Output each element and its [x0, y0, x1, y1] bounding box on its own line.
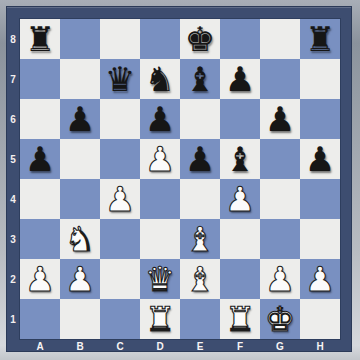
file-label-a: A: [20, 339, 60, 353]
square-e5[interactable]: ♟: [180, 139, 220, 179]
square-h3[interactable]: [300, 219, 340, 259]
rank-label-1: 1: [6, 299, 20, 339]
square-g3[interactable]: [260, 219, 300, 259]
chess-board: ♜♚♜♛♞♝♟♟♟♟♟♟♟♝♟♟♟♞♝♟♟♛♝♟♟♜♜♚: [20, 19, 340, 339]
black-pawn-d6: ♟: [145, 99, 175, 139]
white-bishop-e2: ♝: [185, 259, 215, 299]
square-h6[interactable]: [300, 99, 340, 139]
square-a8[interactable]: ♜: [20, 19, 60, 59]
white-pawn-a2: ♟: [25, 259, 55, 299]
rank-label-3: 3: [6, 219, 20, 259]
black-rook-a8: ♜: [25, 19, 55, 59]
square-h4[interactable]: [300, 179, 340, 219]
black-bishop-f5: ♝: [225, 139, 255, 179]
square-a4[interactable]: [20, 179, 60, 219]
square-a6[interactable]: [20, 99, 60, 139]
square-f2[interactable]: [220, 259, 260, 299]
square-g5[interactable]: [260, 139, 300, 179]
rank-label-7: 7: [6, 59, 20, 99]
square-d6[interactable]: ♟: [140, 99, 180, 139]
black-bishop-e7: ♝: [185, 59, 215, 99]
file-label-e: E: [180, 339, 220, 353]
square-f6[interactable]: [220, 99, 260, 139]
square-d5[interactable]: ♟: [140, 139, 180, 179]
square-f5[interactable]: ♝: [220, 139, 260, 179]
square-d4[interactable]: [140, 179, 180, 219]
black-queen-c7: ♛: [105, 59, 135, 99]
black-knight-d7: ♞: [145, 59, 175, 99]
square-c1[interactable]: [100, 299, 140, 339]
square-g2[interactable]: ♟: [260, 259, 300, 299]
file-label-b: B: [60, 339, 100, 353]
black-pawn-g6: ♟: [265, 99, 295, 139]
square-e3[interactable]: ♝: [180, 219, 220, 259]
white-pawn-c4: ♟: [105, 179, 135, 219]
white-pawn-d5: ♟: [145, 139, 175, 179]
white-pawn-f4: ♟: [225, 179, 255, 219]
square-g1[interactable]: ♚: [260, 299, 300, 339]
square-h5[interactable]: ♟: [300, 139, 340, 179]
rank-label-8: 8: [6, 19, 20, 59]
file-label-d: D: [140, 339, 180, 353]
square-a3[interactable]: [20, 219, 60, 259]
black-king-e8: ♚: [185, 19, 215, 59]
black-pawn-f7: ♟: [225, 59, 255, 99]
square-a2[interactable]: ♟: [20, 259, 60, 299]
file-label-c: C: [100, 339, 140, 353]
square-c7[interactable]: ♛: [100, 59, 140, 99]
square-h7[interactable]: [300, 59, 340, 99]
square-h2[interactable]: ♟: [300, 259, 340, 299]
rank-label-2: 2: [6, 259, 20, 299]
square-e1[interactable]: [180, 299, 220, 339]
square-c8[interactable]: [100, 19, 140, 59]
square-e7[interactable]: ♝: [180, 59, 220, 99]
white-knight-b3: ♞: [65, 219, 95, 259]
square-b6[interactable]: ♟: [60, 99, 100, 139]
rank-label-5: 5: [6, 139, 20, 179]
square-b1[interactable]: [60, 299, 100, 339]
file-labels: ABCDEFGH: [20, 339, 340, 353]
square-f3[interactable]: [220, 219, 260, 259]
black-pawn-a5: ♟: [25, 139, 55, 179]
white-pawn-g2: ♟: [265, 259, 295, 299]
white-bishop-e3: ♝: [185, 219, 215, 259]
rank-label-4: 4: [6, 179, 20, 219]
square-f7[interactable]: ♟: [220, 59, 260, 99]
square-e4[interactable]: [180, 179, 220, 219]
square-f4[interactable]: ♟: [220, 179, 260, 219]
square-a1[interactable]: [20, 299, 60, 339]
white-pawn-h2: ♟: [305, 259, 335, 299]
white-queen-d2: ♛: [145, 259, 175, 299]
square-a7[interactable]: [20, 59, 60, 99]
square-c6[interactable]: [100, 99, 140, 139]
black-rook-h8: ♜: [305, 19, 335, 59]
square-b7[interactable]: [60, 59, 100, 99]
square-g8[interactable]: [260, 19, 300, 59]
square-d7[interactable]: ♞: [140, 59, 180, 99]
white-rook-f1: ♜: [225, 299, 255, 339]
square-d2[interactable]: ♛: [140, 259, 180, 299]
square-c4[interactable]: ♟: [100, 179, 140, 219]
square-f8[interactable]: [220, 19, 260, 59]
square-b4[interactable]: [60, 179, 100, 219]
black-pawn-e5: ♟: [185, 139, 215, 179]
square-c3[interactable]: [100, 219, 140, 259]
rank-label-6: 6: [6, 99, 20, 139]
square-h8[interactable]: ♜: [300, 19, 340, 59]
square-d1[interactable]: ♜: [140, 299, 180, 339]
black-pawn-h5: ♟: [305, 139, 335, 179]
square-b5[interactable]: [60, 139, 100, 179]
square-b3[interactable]: ♞: [60, 219, 100, 259]
square-b2[interactable]: ♟: [60, 259, 100, 299]
square-h1[interactable]: [300, 299, 340, 339]
white-pawn-b2: ♟: [65, 259, 95, 299]
square-e8[interactable]: ♚: [180, 19, 220, 59]
square-e6[interactable]: [180, 99, 220, 139]
white-rook-d1: ♜: [145, 299, 175, 339]
file-label-h: H: [300, 339, 340, 353]
square-b8[interactable]: [60, 19, 100, 59]
black-pawn-b6: ♟: [65, 99, 95, 139]
rank-labels: 87654321: [6, 19, 20, 339]
square-c2[interactable]: [100, 259, 140, 299]
square-d3[interactable]: [140, 219, 180, 259]
square-f1[interactable]: ♜: [220, 299, 260, 339]
square-g7[interactable]: [260, 59, 300, 99]
file-label-g: G: [260, 339, 300, 353]
file-label-f: F: [220, 339, 260, 353]
square-d8[interactable]: [140, 19, 180, 59]
white-king-g1: ♚: [265, 299, 295, 339]
square-a5[interactable]: ♟: [20, 139, 60, 179]
square-g4[interactable]: [260, 179, 300, 219]
square-c5[interactable]: [100, 139, 140, 179]
square-g6[interactable]: ♟: [260, 99, 300, 139]
outer-frame: 87654321 ABCDEFGH ♜♚♜♛♞♝♟♟♟♟♟♟♟♝♟♟♟♞♝♟♟♛…: [0, 0, 360, 360]
square-e2[interactable]: ♝: [180, 259, 220, 299]
